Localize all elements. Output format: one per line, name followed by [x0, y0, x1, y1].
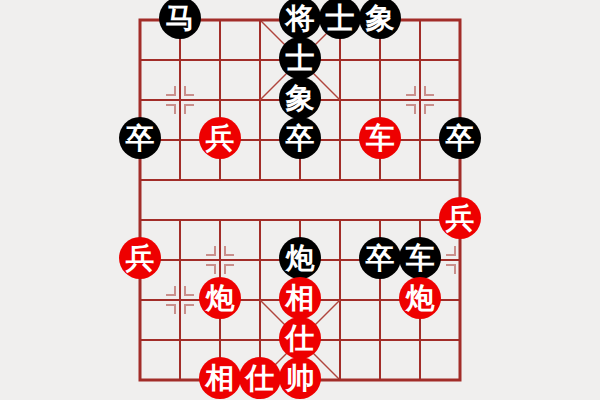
piece-red-cannon[interactable]: 炮 [199, 277, 241, 319]
piece-red-king[interactable]: 帅 [279, 357, 321, 399]
piece-black-elephant[interactable]: 象 [279, 77, 321, 119]
piece-black-pawn[interactable]: 卒 [279, 117, 321, 159]
piece-red-pawn[interactable]: 兵 [119, 237, 161, 279]
piece-red-chariot[interactable]: 车 [359, 117, 401, 159]
piece-black-cannon[interactable]: 炮 [279, 237, 321, 279]
piece-black-pawn[interactable]: 卒 [439, 117, 481, 159]
piece-red-advisor[interactable]: 仕 [239, 357, 281, 399]
piece-red-pawn[interactable]: 兵 [199, 117, 241, 159]
piece-red-pawn[interactable]: 兵 [439, 197, 481, 239]
piece-black-pawn[interactable]: 卒 [359, 237, 401, 279]
piece-black-pawn[interactable]: 卒 [119, 117, 161, 159]
piece-red-advisor[interactable]: 仕 [279, 317, 321, 359]
piece-red-elephant[interactable]: 相 [279, 277, 321, 319]
piece-black-chariot[interactable]: 车 [399, 237, 441, 279]
xiangqi-board: 马将士象士象卒兵卒车卒兵兵炮卒车炮相炮仕相仕帅 [0, 0, 600, 400]
piece-red-elephant[interactable]: 相 [199, 357, 241, 399]
piece-red-cannon[interactable]: 炮 [399, 277, 441, 319]
piece-black-advisor[interactable]: 士 [279, 37, 321, 79]
